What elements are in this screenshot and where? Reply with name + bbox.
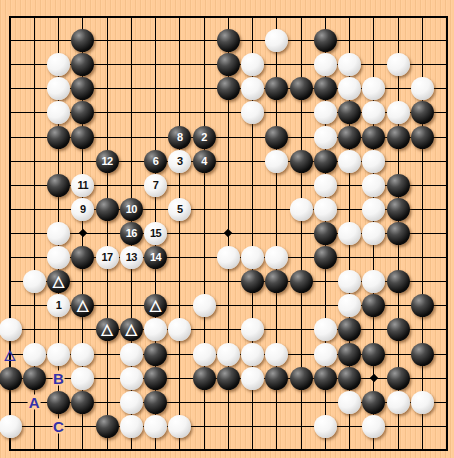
stone-white[interactable]: 13	[120, 246, 143, 269]
stone-white[interactable]	[387, 391, 410, 414]
stone-black[interactable]: △	[120, 318, 143, 341]
stone-white[interactable]: 15	[144, 222, 167, 245]
stone-white[interactable]	[71, 343, 94, 366]
stone-white[interactable]	[241, 343, 264, 366]
stone-black[interactable]	[0, 367, 22, 390]
stone-black[interactable]	[290, 77, 313, 100]
stone-white[interactable]	[338, 270, 361, 293]
stone-white[interactable]	[338, 294, 361, 317]
stone-white[interactable]: 11	[71, 174, 94, 197]
stone-black[interactable]	[71, 246, 94, 269]
triangle-mark-icon: △	[77, 297, 89, 312]
triangle-mark-icon: △	[53, 273, 65, 288]
stone-white[interactable]	[314, 53, 337, 76]
triangle-mark-icon: △	[101, 321, 113, 336]
move-number: 11	[77, 180, 88, 191]
stone-black[interactable]	[387, 198, 410, 221]
stone-white[interactable]	[290, 198, 313, 221]
stone-black[interactable]	[217, 77, 240, 100]
stone-black[interactable]: 8	[168, 126, 191, 149]
stone-white[interactable]	[241, 246, 264, 269]
stone-black[interactable]	[265, 77, 288, 100]
stone-black[interactable]	[241, 270, 264, 293]
stone-black[interactable]	[411, 101, 434, 124]
stone-white[interactable]	[120, 343, 143, 366]
stone-white[interactable]: 9	[71, 198, 94, 221]
triangle-mark-icon: △	[150, 297, 162, 312]
stone-black[interactable]	[387, 270, 410, 293]
stone-white[interactable]	[362, 77, 385, 100]
stone-black[interactable]	[71, 77, 94, 100]
move-number: 1	[56, 300, 62, 311]
point-label-c: C	[52, 419, 65, 434]
stone-black[interactable]	[387, 367, 410, 390]
stone-white[interactable]	[314, 126, 337, 149]
stone-white[interactable]	[265, 343, 288, 366]
stone-white[interactable]	[314, 318, 337, 341]
stone-white[interactable]: 1	[47, 294, 70, 317]
stone-black[interactable]	[71, 391, 94, 414]
star-point	[370, 374, 378, 382]
stone-black[interactable]	[338, 367, 361, 390]
stone-white[interactable]	[120, 415, 143, 438]
stone-black[interactable]	[217, 29, 240, 52]
stone-black[interactable]	[387, 222, 410, 245]
stone-black[interactable]	[47, 174, 70, 197]
stone-black[interactable]	[217, 367, 240, 390]
move-number: 9	[80, 204, 86, 215]
stone-white[interactable]	[193, 294, 216, 317]
stone-white[interactable]	[314, 198, 337, 221]
stone-white[interactable]	[168, 318, 191, 341]
stone-white[interactable]	[314, 174, 337, 197]
stone-black[interactable]: △	[96, 318, 119, 341]
stone-black[interactable]	[362, 294, 385, 317]
stone-white[interactable]	[362, 150, 385, 173]
go-board[interactable]: 821263411791051615171314△1△△△△△BAC	[0, 0, 454, 458]
stone-black[interactable]	[314, 367, 337, 390]
stone-black[interactable]	[362, 343, 385, 366]
stone-black[interactable]	[338, 343, 361, 366]
stone-white[interactable]	[362, 270, 385, 293]
stone-white[interactable]	[265, 150, 288, 173]
stone-white[interactable]	[47, 246, 70, 269]
stone-black[interactable]: △	[71, 294, 94, 317]
grid-line-horizontal	[9, 329, 448, 330]
stone-white[interactable]	[241, 101, 264, 124]
point-label-a: A	[28, 395, 41, 410]
stone-white[interactable]	[0, 318, 22, 341]
move-number: 14	[150, 252, 161, 263]
stone-black[interactable]	[314, 150, 337, 173]
move-number: 5	[177, 204, 183, 215]
stone-white[interactable]	[120, 391, 143, 414]
stone-white[interactable]	[411, 77, 434, 100]
stone-black[interactable]	[387, 126, 410, 149]
stone-black[interactable]: 6	[144, 150, 167, 173]
stone-black[interactable]: 14	[144, 246, 167, 269]
stone-white[interactable]	[47, 101, 70, 124]
stone-white[interactable]	[71, 367, 94, 390]
stone-black[interactable]: 10	[120, 198, 143, 221]
grid-line-horizontal	[9, 449, 448, 451]
stone-black[interactable]	[411, 343, 434, 366]
point-label-b: B	[52, 371, 65, 386]
stone-black[interactable]	[338, 126, 361, 149]
move-number: 13	[126, 252, 137, 263]
star-point	[79, 229, 87, 237]
stone-black[interactable]	[265, 270, 288, 293]
stone-white[interactable]	[47, 53, 70, 76]
move-number: 8	[177, 132, 183, 143]
stone-white[interactable]	[47, 343, 70, 366]
stone-white[interactable]	[193, 343, 216, 366]
stone-black[interactable]	[265, 367, 288, 390]
stone-white[interactable]	[338, 53, 361, 76]
stone-black[interactable]	[290, 270, 313, 293]
move-number: 3	[177, 156, 183, 167]
stone-black[interactable]	[314, 77, 337, 100]
stone-black[interactable]	[144, 343, 167, 366]
stone-white[interactable]	[217, 246, 240, 269]
move-number: 15	[150, 228, 161, 239]
stone-white[interactable]	[265, 246, 288, 269]
move-number: 4	[201, 156, 207, 167]
stone-black[interactable]: △	[144, 294, 167, 317]
stone-black[interactable]	[23, 367, 46, 390]
move-number: 10	[126, 204, 137, 215]
star-point	[224, 229, 232, 237]
stone-white[interactable]	[387, 53, 410, 76]
stone-black[interactable]	[71, 101, 94, 124]
stone-black[interactable]	[387, 318, 410, 341]
stone-white[interactable]	[338, 77, 361, 100]
stone-white[interactable]	[362, 222, 385, 245]
stone-black[interactable]: 12	[96, 150, 119, 173]
stone-white[interactable]	[47, 77, 70, 100]
stone-white[interactable]	[47, 222, 70, 245]
stone-black[interactable]: 2	[193, 126, 216, 149]
stone-white[interactable]: 5	[168, 198, 191, 221]
stone-black[interactable]	[144, 367, 167, 390]
stone-white[interactable]	[411, 391, 434, 414]
move-number: 2	[201, 132, 207, 143]
stone-white[interactable]	[23, 343, 46, 366]
stone-black[interactable]	[47, 391, 70, 414]
move-number: 7	[153, 180, 159, 191]
stone-white[interactable]	[0, 415, 22, 438]
stone-white[interactable]	[387, 101, 410, 124]
stone-black[interactable]	[71, 53, 94, 76]
move-number: 12	[101, 156, 112, 167]
stone-black[interactable]	[314, 29, 337, 52]
stone-black[interactable]	[411, 126, 434, 149]
stone-white[interactable]	[241, 77, 264, 100]
stone-white[interactable]	[144, 415, 167, 438]
stone-black[interactable]	[47, 126, 70, 149]
stone-white[interactable]	[338, 222, 361, 245]
stone-black[interactable]	[265, 126, 288, 149]
stone-white[interactable]	[241, 367, 264, 390]
stone-white[interactable]	[362, 101, 385, 124]
stone-white[interactable]	[314, 101, 337, 124]
stone-black[interactable]	[217, 53, 240, 76]
stone-black[interactable]	[362, 391, 385, 414]
stone-white[interactable]	[362, 174, 385, 197]
stone-black[interactable]	[144, 391, 167, 414]
stone-black[interactable]	[338, 318, 361, 341]
move-number: 16	[126, 228, 137, 239]
stone-black[interactable]	[96, 415, 119, 438]
stone-black[interactable]	[193, 367, 216, 390]
move-number: 6	[153, 156, 159, 167]
stone-white[interactable]	[241, 53, 264, 76]
stone-black[interactable]	[71, 126, 94, 149]
stone-white[interactable]: 7	[144, 174, 167, 197]
stone-black[interactable]	[387, 174, 410, 197]
stone-white[interactable]	[217, 343, 240, 366]
stone-white[interactable]	[144, 318, 167, 341]
stone-white[interactable]	[168, 415, 191, 438]
stone-black[interactable]	[314, 246, 337, 269]
stone-black[interactable]	[96, 198, 119, 221]
empty-point-triangle-icon: △	[5, 347, 16, 361]
stone-black[interactable]: 16	[120, 222, 143, 245]
stone-black[interactable]: 4	[193, 150, 216, 173]
stone-black[interactable]	[71, 29, 94, 52]
stone-black[interactable]	[362, 126, 385, 149]
stone-black[interactable]	[290, 150, 313, 173]
stone-white[interactable]	[362, 198, 385, 221]
stone-black[interactable]	[314, 222, 337, 245]
stone-white[interactable]	[241, 318, 264, 341]
stone-white[interactable]	[120, 367, 143, 390]
stone-white[interactable]	[314, 415, 337, 438]
stone-black[interactable]	[338, 101, 361, 124]
move-number: 17	[101, 252, 112, 263]
stone-white[interactable]	[338, 391, 361, 414]
stone-white[interactable]	[362, 415, 385, 438]
stone-white[interactable]: 3	[168, 150, 191, 173]
stone-white[interactable]	[338, 150, 361, 173]
grid-line-horizontal	[9, 16, 448, 18]
stone-white[interactable]: 17	[96, 246, 119, 269]
triangle-mark-icon: △	[125, 321, 137, 336]
stone-white[interactable]	[23, 270, 46, 293]
stone-white[interactable]	[314, 343, 337, 366]
stone-white[interactable]	[265, 29, 288, 52]
stone-black[interactable]	[411, 294, 434, 317]
stone-black[interactable]	[290, 367, 313, 390]
stone-black[interactable]: △	[47, 270, 70, 293]
